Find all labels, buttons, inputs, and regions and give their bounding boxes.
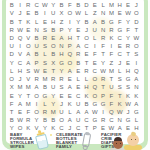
grid-cell[interactable]: J [57,100,65,108]
grid-cell[interactable]: O [8,75,16,83]
grid-cell[interactable]: I [32,100,40,108]
grid-cell[interactable]: U [91,26,99,34]
grid-cell[interactable]: C [116,50,124,58]
grid-cell[interactable]: Q [132,67,140,75]
grid-cell[interactable]: O [32,91,40,99]
grid-cell[interactable]: U [74,100,82,108]
grid-cell[interactable]: A [24,50,32,58]
grid-cell[interactable]: L [91,34,99,42]
grid-cell[interactable]: F [24,108,32,116]
baby-hair [114,137,122,141]
grid-cell[interactable]: E [24,9,32,17]
grid-cell[interactable]: T [16,17,24,25]
grid-cell[interactable]: O [49,42,57,50]
grid-cell[interactable]: Q [107,108,115,116]
grid-cell[interactable]: A [66,116,74,124]
grid-cell[interactable]: K [124,91,132,99]
grid-cell[interactable]: W [124,100,132,108]
grid-cell[interactable]: A [74,108,82,116]
safety-pin-clasp [84,132,88,136]
grid-cell[interactable]: U [74,116,82,124]
grid-cell[interactable]: P [57,26,65,34]
grid-cell[interactable]: A [24,59,32,67]
grid-cell[interactable]: E [66,91,74,99]
grid-cell[interactable]: E [41,67,49,75]
grid-cell[interactable]: I [107,42,115,50]
grid-cell[interactable]: A [74,42,82,50]
grid-cell[interactable]: E [74,67,82,75]
grid-cell[interactable]: S [132,50,140,58]
grid-cell[interactable]: T [49,67,57,75]
grid-cell[interactable]: K [132,91,140,99]
grid-cell[interactable]: T [8,108,16,116]
grid-cell[interactable]: A [57,34,65,42]
safety-pin-coil [82,145,88,150]
grid-cell[interactable]: R [41,108,49,116]
grid-cell[interactable]: P [32,59,40,67]
grid-cell[interactable]: O [32,108,40,116]
grid-cell[interactable]: M [107,9,115,17]
grid-cell[interactable]: E [24,26,32,34]
grid-cell[interactable]: N [99,26,107,34]
grid-cell[interactable]: G [124,75,132,83]
grid-cell[interactable]: H [16,67,24,75]
grid-cell[interactable]: O [66,9,74,17]
grid-cell[interactable]: B [8,17,16,25]
grid-cell[interactable]: Z [91,9,99,17]
grid-cell[interactable]: T [107,75,115,83]
grid-cell[interactable]: F [91,50,99,58]
grid-cell[interactable]: W [124,9,132,17]
grid-cell[interactable]: E [91,1,99,9]
grid-cell[interactable]: B [74,1,82,9]
grid-cell[interactable]: I [132,59,140,67]
grid-cell[interactable]: G [99,100,107,108]
grid-cell[interactable]: E [49,34,57,42]
grid-cell[interactable]: A [91,17,99,25]
grid-cell[interactable]: I [66,17,74,25]
grid-cell[interactable]: M [107,67,115,75]
grid-cell[interactable]: K [24,17,32,25]
grid-cell[interactable]: D [82,1,90,9]
grid-cell[interactable]: J [16,75,24,83]
grid-cell[interactable]: S [24,67,32,75]
grid-cell[interactable]: Y [32,116,40,124]
grid-cell[interactable]: U [107,83,115,91]
grid-cell[interactable]: T [99,50,107,58]
grid-cell[interactable]: S [41,26,49,34]
grid-cell[interactable]: R [24,1,32,9]
grid-cell[interactable]: W [116,108,124,116]
grid-cell[interactable]: R [8,26,16,34]
grid-cell[interactable]: X [57,9,65,17]
grid-cell[interactable]: W [74,9,82,17]
grid-cell[interactable]: L [8,67,16,75]
grid-cell[interactable]: L [74,75,82,83]
grid-cell[interactable]: B [74,59,82,67]
grid-cell[interactable]: T [132,26,140,34]
grid-cell[interactable]: L [99,1,107,9]
grid-cell[interactable]: B [49,50,57,58]
grid-cell[interactable]: Y [124,34,132,42]
grid-cell[interactable]: G [116,26,124,34]
grid-cell[interactable]: V [8,9,16,17]
grid-cell[interactable]: B [82,17,90,25]
grid-cell[interactable]: L [132,116,140,124]
grid-cell[interactable]: R [49,75,57,83]
grid-cell[interactable]: R [32,75,40,83]
grid-cell[interactable]: W [32,67,40,75]
grid-cell[interactable]: I [16,1,24,9]
grid-cell[interactable]: H [66,34,74,42]
grid-cell[interactable]: G [132,108,140,116]
grid-cell[interactable]: A [16,100,24,108]
grid-cell[interactable]: L [82,9,90,17]
grid-cell[interactable]: B [32,9,40,17]
grid-cell[interactable]: R [82,67,90,75]
grid-cell[interactable]: E [66,75,74,83]
grid-cell[interactable]: Y [49,1,57,9]
grid-cell[interactable]: O [91,91,99,99]
grid-cell[interactable]: H [82,83,90,91]
grid-cell[interactable]: P [66,42,74,50]
grid-cell[interactable]: A [132,100,140,108]
grid-cell[interactable]: L [66,108,74,116]
grid-cell[interactable]: M [16,83,24,91]
grid-cell[interactable]: O [57,116,65,124]
grid-cell[interactable]: G [57,59,65,67]
grid-cell[interactable]: Z [107,59,115,67]
grid-cell[interactable]: S [41,59,49,67]
grid-cell[interactable]: Y [66,26,74,34]
grid-cell[interactable]: F [66,1,74,9]
grid-cell[interactable]: B [8,116,16,124]
grid-cell[interactable]: R [24,116,32,124]
grid-cell[interactable]: F [116,17,124,25]
grid-cell[interactable]: F [99,42,107,50]
grid-cell[interactable]: L [41,50,49,58]
grid-cell[interactable]: O [24,42,32,50]
grid-cell[interactable]: Y [99,59,107,67]
grid-cell[interactable]: J [16,9,24,17]
grid-cell[interactable]: N [99,9,107,17]
grid-cell[interactable]: W [99,67,107,75]
grid-cell[interactable]: X [8,83,16,91]
grid-cell[interactable]: V [24,34,32,42]
grid-cell[interactable]: Q [16,34,24,42]
grid-cell[interactable]: D [8,34,16,42]
grid-cell[interactable]: T [99,83,107,91]
grid-cell[interactable]: W [16,116,24,124]
grid-cell[interactable]: F [8,100,16,108]
grid-cell[interactable]: B [49,26,57,34]
grid-cell[interactable]: Q [91,83,99,91]
grid-cell[interactable]: E [16,108,24,116]
grid-cell[interactable]: D [8,50,16,58]
grid-cell[interactable]: K [82,91,90,99]
grid-cell[interactable]: G [41,91,49,99]
grid-cell[interactable]: M [24,100,32,108]
grid-cell[interactable]: G [91,116,99,124]
grid-cell[interactable]: R [41,34,49,42]
grid-cell[interactable]: M [41,75,49,83]
grid-cell[interactable]: I [99,108,107,116]
grid-cell[interactable]: E [74,83,82,91]
grid-cell[interactable]: R [99,34,107,42]
grid-cell[interactable]: E [74,26,82,34]
grid-cell[interactable]: R [99,116,107,124]
grid-cell[interactable]: Z [57,17,65,25]
grid-cell[interactable]: S [116,83,124,91]
grid-cell[interactable]: R [57,75,65,83]
grid-cell[interactable]: S [116,75,124,83]
grid-cell[interactable]: C [91,67,99,75]
grid-cell[interactable]: C [107,116,115,124]
grid-cell[interactable]: B [8,1,16,9]
grid-cell[interactable]: I [16,42,24,50]
grid-cell[interactable]: R [74,50,82,58]
grid-cell[interactable]: S [41,42,49,50]
grid-cell[interactable]: W [91,108,99,116]
grid-cell[interactable]: B [57,1,65,9]
grid-cell[interactable]: J [116,59,124,67]
grid-cell[interactable]: T [124,50,132,58]
grid-cell[interactable]: F [124,26,132,34]
grid-cell[interactable]: A [32,83,40,91]
grid-cell[interactable]: M [107,1,115,9]
grid-cell[interactable]: L [32,17,40,25]
grid-cell[interactable]: T [74,34,82,42]
grid-cell[interactable]: L [116,67,124,75]
grid-cell[interactable]: W [132,34,140,42]
grid-cell[interactable]: F [107,91,115,99]
grid-cell[interactable]: E [82,50,90,58]
grid-cell[interactable]: T [116,91,124,99]
grid-cell[interactable]: H [124,67,132,75]
grid-cell[interactable]: N [132,83,140,91]
grid-cell[interactable]: Y [8,59,16,67]
grid-cell[interactable]: N [57,42,65,50]
grid-cell[interactable]: F [107,50,115,58]
grid-cell[interactable]: O [82,34,90,42]
grid-cell[interactable]: B [41,83,49,91]
grid-cell[interactable]: G [91,100,99,108]
grid-cell[interactable]: A [132,75,140,83]
grid-cell[interactable]: J [124,108,132,116]
grid-cell[interactable]: I [91,42,99,50]
grid-cell[interactable]: E [116,9,124,17]
letter-grid: BIRCWYBFBDELMHEJVJEBIUXOWLZNMEWOBTKLEHZI… [8,1,141,133]
grid-cell[interactable]: E [124,59,132,67]
grid-cell[interactable]: C [16,59,24,67]
grid-cell[interactable]: C [116,34,124,42]
grid-cell[interactable]: A [66,83,74,91]
grid-cell[interactable]: U [8,42,16,50]
grid-cell[interactable]: B [82,100,90,108]
bottle-body [35,134,49,150]
grid-cell[interactable]: J [82,26,90,34]
grid-cell[interactable]: U [32,42,40,50]
grid-cell[interactable]: O [91,75,99,83]
grid-cell[interactable]: Y [49,91,57,99]
grid-cell[interactable]: R [107,26,115,34]
grid-cell[interactable]: Y [124,17,132,25]
grid-cell[interactable]: L [41,100,49,108]
grid-cell[interactable]: H [116,1,124,9]
grid-cell[interactable]: C [82,42,90,50]
grid-cell[interactable]: A [82,108,90,116]
grid-cell[interactable]: Y [16,91,24,99]
grid-cell[interactable]: Q [66,50,74,58]
grid-cell[interactable]: R [99,75,107,83]
grid-cell[interactable]: O [132,9,140,17]
grid-cell[interactable]: C [74,91,82,99]
grid-cell[interactable]: W [16,26,24,34]
grid-cell[interactable]: B [49,116,57,124]
grid-cell[interactable]: M [24,83,32,91]
grid-cell[interactable]: F [107,100,115,108]
grid-cell[interactable]: G [124,116,132,124]
grid-cell[interactable]: V [16,50,24,58]
grid-cell[interactable]: M [49,108,57,116]
grid-cell[interactable]: P [91,124,99,132]
grid-cell[interactable]: B [41,116,49,124]
grid-cell[interactable]: H [49,17,57,25]
grid-cell[interactable]: C [82,116,90,124]
grid-cell[interactable]: R [124,42,132,50]
grid-cell[interactable]: L [82,75,90,83]
grid-cell[interactable]: K [107,34,115,42]
grid-cell[interactable]: Y [57,67,65,75]
grid-cell[interactable]: B [32,34,40,42]
grid-cell[interactable]: E [116,42,124,50]
word-search-page: BIRCWYBFBDELMHEJVJEBIUXOWLZNMEWOBTKLEHZI… [0,0,150,150]
grid-cell[interactable]: J [132,1,140,9]
grid-cell[interactable]: K [66,100,74,108]
grid-cell[interactable]: I [41,9,49,17]
grid-cell[interactable]: Y [74,17,82,25]
grid-cell[interactable]: E [91,59,99,67]
sparkle-dot [50,134,52,136]
grid-cell[interactable]: C [32,1,40,9]
grid-cell[interactable]: E [8,91,16,99]
grid-cell[interactable]: V [24,75,32,83]
grid-cell[interactable]: U [57,108,65,116]
grid-cell[interactable]: U [49,9,57,17]
grid-cell[interactable]: B [32,50,40,58]
grid-cell[interactable]: H [57,50,65,58]
grid-cell[interactable]: S [57,83,65,91]
grid-cell[interactable]: W [41,1,49,9]
grid-cell[interactable]: O [66,59,74,67]
grid-cell[interactable]: T [82,59,90,67]
grid-cell[interactable]: N [32,26,40,34]
grid-cell[interactable]: N [116,116,124,124]
grid-cell[interactable]: Y [49,100,57,108]
grid-cell[interactable]: T [24,91,32,99]
grid-cell[interactable]: E [57,91,65,99]
grid-cell[interactable]: P [99,91,107,99]
grid-cell[interactable]: A [66,67,74,75]
grid-cell[interactable]: X [49,59,57,67]
grid-cell[interactable]: S [124,83,132,91]
grid-cell[interactable]: B [99,17,107,25]
grid-cell[interactable]: K [116,100,124,108]
grid-cell[interactable]: E [124,1,132,9]
grid-cell[interactable]: K [24,124,32,132]
grid-cell[interactable]: E [41,17,49,25]
grid-cell[interactable]: G [107,17,115,25]
grid-cell[interactable]: O [132,42,140,50]
grid-cell[interactable]: D [132,17,140,25]
grid-cell[interactable]: U [49,83,57,91]
